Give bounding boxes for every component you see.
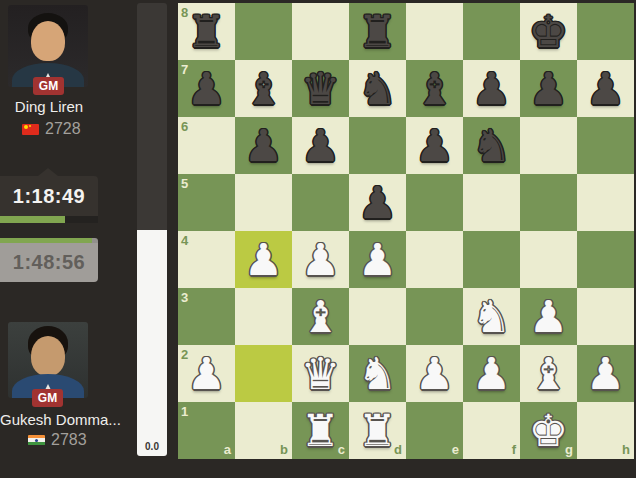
square-h1[interactable]: h bbox=[577, 402, 634, 459]
eval-bar-black-section bbox=[137, 3, 167, 230]
piece-white-pawn-f2[interactable]: ♟ bbox=[463, 345, 520, 402]
piece-black-pawn-g7[interactable]: ♟ bbox=[520, 60, 577, 117]
clock-top-progress-fill bbox=[0, 216, 65, 223]
square-c2[interactable]: ♛ bbox=[292, 345, 349, 402]
square-b4[interactable]: ♟ bbox=[235, 231, 292, 288]
rank-label-6: 6 bbox=[181, 120, 188, 133]
player-name-top[interactable]: Ding Liren bbox=[0, 98, 98, 115]
clock-notch bbox=[38, 168, 58, 176]
piece-white-pawn-e2[interactable]: ♟ bbox=[406, 345, 463, 402]
china-flag-icon bbox=[22, 124, 39, 135]
square-f7[interactable]: ♟ bbox=[463, 60, 520, 117]
clock-bottom: 1:48:56 bbox=[0, 238, 98, 282]
piece-black-bishop-e7[interactable]: ♝ bbox=[406, 60, 463, 117]
square-a6[interactable]: 6 bbox=[178, 117, 235, 174]
square-d7[interactable]: ♞ bbox=[349, 60, 406, 117]
clock-top-time: 1:18:49 bbox=[0, 176, 98, 216]
square-a3[interactable]: 3 bbox=[178, 288, 235, 345]
file-label-h: h bbox=[622, 443, 630, 456]
player-name-bottom[interactable]: Gukesh Domma... bbox=[0, 411, 98, 428]
avatar-face bbox=[31, 336, 65, 376]
square-d5[interactable]: ♟ bbox=[349, 174, 406, 231]
piece-white-pawn-d4[interactable]: ♟ bbox=[349, 231, 406, 288]
square-d2[interactable]: ♞ bbox=[349, 345, 406, 402]
piece-white-bishop-g2[interactable]: ♝ bbox=[520, 345, 577, 402]
piece-white-knight-d2[interactable]: ♞ bbox=[349, 345, 406, 402]
flag-star bbox=[24, 125, 28, 129]
eval-bar: 0.0 bbox=[137, 3, 167, 456]
square-e6[interactable]: ♟ bbox=[406, 117, 463, 174]
square-f6[interactable]: ♞ bbox=[463, 117, 520, 174]
rank-label-5: 5 bbox=[181, 177, 188, 190]
square-a2[interactable]: 2♟ bbox=[178, 345, 235, 402]
clock-bottom-time: 1:48:56 bbox=[0, 243, 98, 282]
clock-top-progress bbox=[0, 216, 98, 223]
rank-label-4: 4 bbox=[181, 234, 188, 247]
square-c4[interactable]: ♟ bbox=[292, 231, 349, 288]
square-h3[interactable] bbox=[577, 288, 634, 345]
piece-black-pawn-c6[interactable]: ♟ bbox=[292, 117, 349, 174]
piece-white-knight-f3[interactable]: ♞ bbox=[463, 288, 520, 345]
square-e1[interactable]: e bbox=[406, 402, 463, 459]
piece-white-pawn-h2[interactable]: ♟ bbox=[577, 345, 634, 402]
square-g4[interactable] bbox=[520, 231, 577, 288]
square-e8[interactable] bbox=[406, 3, 463, 60]
square-f4[interactable] bbox=[463, 231, 520, 288]
square-a1[interactable]: 1a bbox=[178, 402, 235, 459]
player-rating-row-top: 2728 bbox=[22, 120, 81, 138]
clock-top: 1:18:49 bbox=[0, 176, 98, 223]
piece-black-king-g8[interactable]: ♚ bbox=[520, 3, 577, 60]
piece-black-pawn-f7[interactable]: ♟ bbox=[463, 60, 520, 117]
piece-black-pawn-e6[interactable]: ♟ bbox=[406, 117, 463, 174]
india-flag-icon bbox=[28, 435, 45, 446]
square-a5[interactable]: 5 bbox=[178, 174, 235, 231]
gm-badge-bottom: GM bbox=[32, 389, 63, 407]
square-d4[interactable]: ♟ bbox=[349, 231, 406, 288]
square-b8[interactable] bbox=[235, 3, 292, 60]
square-e5[interactable] bbox=[406, 174, 463, 231]
piece-white-pawn-c4[interactable]: ♟ bbox=[292, 231, 349, 288]
chess-broadcast-app: GM Ding Liren 2728 1:18:49 1:48:56 GM Gu… bbox=[0, 0, 636, 478]
avatar-face bbox=[31, 21, 65, 61]
piece-white-pawn-a2[interactable]: ♟ bbox=[178, 345, 235, 402]
square-h6[interactable] bbox=[577, 117, 634, 174]
square-c1[interactable]: c♜ bbox=[292, 402, 349, 459]
square-b1[interactable]: b bbox=[235, 402, 292, 459]
square-g7[interactable]: ♟ bbox=[520, 60, 577, 117]
square-a8[interactable]: 8♜ bbox=[178, 3, 235, 60]
piece-black-pawn-b6[interactable]: ♟ bbox=[235, 117, 292, 174]
square-g5[interactable] bbox=[520, 174, 577, 231]
square-a4[interactable]: 4 bbox=[178, 231, 235, 288]
square-g6[interactable] bbox=[520, 117, 577, 174]
gm-badge-top: GM bbox=[33, 77, 64, 95]
piece-black-pawn-d5[interactable]: ♟ bbox=[349, 174, 406, 231]
player-photo-top bbox=[8, 5, 88, 87]
player-photo-bottom bbox=[8, 322, 88, 398]
square-d3[interactable] bbox=[349, 288, 406, 345]
piece-black-knight-f6[interactable]: ♞ bbox=[463, 117, 520, 174]
rank-label-1: 1 bbox=[181, 405, 188, 418]
square-h8[interactable] bbox=[577, 3, 634, 60]
square-b6[interactable]: ♟ bbox=[235, 117, 292, 174]
flag-band-green bbox=[28, 442, 45, 446]
piece-black-queen-c7[interactable]: ♛ bbox=[292, 60, 349, 117]
square-g3[interactable]: ♟ bbox=[520, 288, 577, 345]
square-h4[interactable] bbox=[577, 231, 634, 288]
piece-black-bishop-b7[interactable]: ♝ bbox=[235, 60, 292, 117]
square-f1[interactable]: f bbox=[463, 402, 520, 459]
square-c3[interactable]: ♝ bbox=[292, 288, 349, 345]
piece-white-pawn-g3[interactable]: ♟ bbox=[520, 288, 577, 345]
piece-white-queen-c2[interactable]: ♛ bbox=[292, 345, 349, 402]
rank-label-3: 3 bbox=[181, 291, 188, 304]
piece-black-knight-d7[interactable]: ♞ bbox=[349, 60, 406, 117]
file-label-e: e bbox=[452, 443, 459, 456]
square-g1[interactable]: g♚ bbox=[520, 402, 577, 459]
piece-white-bishop-c3[interactable]: ♝ bbox=[292, 288, 349, 345]
square-c5[interactable] bbox=[292, 174, 349, 231]
chess-board[interactable]: 8♜♜♚7♟♝♛♞♝♟♟♟6♟♟♟♞5♟4♟♟♟3♝♞♟2♟♛♞♟♟♝♟1abc… bbox=[178, 3, 634, 459]
piece-white-rook-d1[interactable]: ♜ bbox=[349, 402, 406, 459]
eval-bar-white-section: 0.0 bbox=[137, 230, 167, 457]
square-d8[interactable]: ♜ bbox=[349, 3, 406, 60]
square-c8[interactable] bbox=[292, 3, 349, 60]
player-rating-top: 2728 bbox=[45, 120, 81, 138]
square-d6[interactable] bbox=[349, 117, 406, 174]
file-label-a: a bbox=[224, 443, 231, 456]
piece-black-pawn-a7[interactable]: ♟ bbox=[178, 60, 235, 117]
square-e3[interactable] bbox=[406, 288, 463, 345]
square-e2[interactable]: ♟ bbox=[406, 345, 463, 402]
square-f2[interactable]: ♟ bbox=[463, 345, 520, 402]
square-e4[interactable] bbox=[406, 231, 463, 288]
square-h5[interactable] bbox=[577, 174, 634, 231]
file-label-b: b bbox=[280, 443, 288, 456]
piece-white-rook-c1[interactable]: ♜ bbox=[292, 402, 349, 459]
player-rating-bottom: 2783 bbox=[51, 431, 87, 449]
square-g8[interactable]: ♚ bbox=[520, 3, 577, 60]
square-h2[interactable]: ♟ bbox=[577, 345, 634, 402]
square-g2[interactable]: ♝ bbox=[520, 345, 577, 402]
square-f3[interactable]: ♞ bbox=[463, 288, 520, 345]
piece-white-king-g1[interactable]: ♚ bbox=[520, 402, 577, 459]
square-f8[interactable] bbox=[463, 3, 520, 60]
square-f5[interactable] bbox=[463, 174, 520, 231]
square-e7[interactable]: ♝ bbox=[406, 60, 463, 117]
eval-score: 0.0 bbox=[137, 441, 167, 452]
piece-black-rook-d8[interactable]: ♜ bbox=[349, 3, 406, 60]
square-c6[interactable]: ♟ bbox=[292, 117, 349, 174]
file-label-f: f bbox=[512, 443, 516, 456]
piece-black-pawn-h7[interactable]: ♟ bbox=[577, 60, 634, 117]
flag-chakra bbox=[35, 439, 38, 442]
flag-star-small bbox=[29, 125, 31, 127]
piece-white-pawn-b4[interactable]: ♟ bbox=[235, 231, 292, 288]
piece-black-rook-a8[interactable]: ♜ bbox=[178, 3, 235, 60]
square-b7[interactable]: ♝ bbox=[235, 60, 292, 117]
square-d1[interactable]: d♜ bbox=[349, 402, 406, 459]
square-b3[interactable] bbox=[235, 288, 292, 345]
player-rating-row-bottom: 2783 bbox=[28, 431, 87, 449]
square-a7[interactable]: 7♟ bbox=[178, 60, 235, 117]
square-b2[interactable] bbox=[235, 345, 292, 402]
square-c7[interactable]: ♛ bbox=[292, 60, 349, 117]
square-h7[interactable]: ♟ bbox=[577, 60, 634, 117]
square-b5[interactable] bbox=[235, 174, 292, 231]
